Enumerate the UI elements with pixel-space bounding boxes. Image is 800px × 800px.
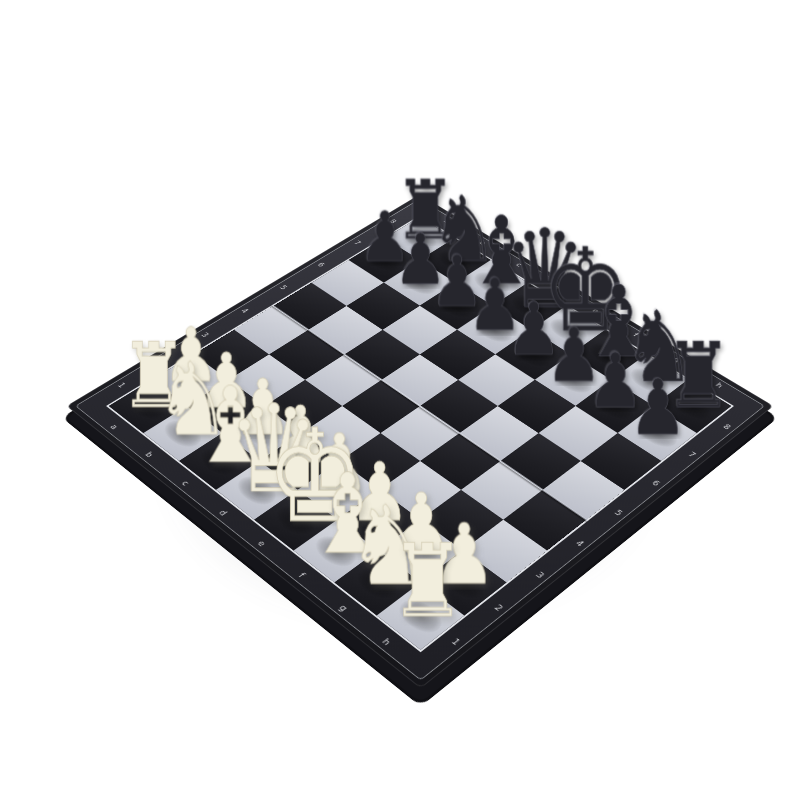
piece-shadow	[236, 416, 287, 452]
piece-shadow	[396, 268, 443, 298]
piece-shadow	[666, 389, 718, 424]
board-grid: ♜♞♝♛♚♝♞♜♟♟♟♟♟♟♟♟♟♟♟♟♟♟♟♟♜♞♝♛♚♝♞♜	[109, 217, 731, 650]
piece-shadow	[508, 339, 558, 372]
board-frame: abcdefgh abcdefgh 12345678 12345678 ♜♞♝♛…	[66, 194, 773, 688]
piece-shadow	[308, 531, 362, 572]
piece-shadow	[123, 389, 172, 424]
piece-shadow	[392, 594, 449, 638]
board-playing-area: ♜♞♝♛♚♝♞♜♟♟♟♟♟♟♟♟♟♟♟♟♟♟♟♟♜♞♝♛♚♝♞♜	[106, 215, 734, 652]
scene: abcdefgh abcdefgh 12345678 12345678 ♜♞♝♛…	[0, 0, 800, 800]
piece-shadow	[230, 471, 282, 509]
piece-shadow	[361, 246, 407, 275]
piece-shadow	[157, 416, 207, 452]
piece-shadow	[469, 314, 518, 346]
piece-shadow	[269, 500, 322, 539]
piece-shadow	[468, 268, 515, 298]
piece-shadow	[548, 363, 599, 397]
square-c4	[305, 354, 382, 406]
piece-shadow	[505, 291, 553, 322]
piece-shadow	[352, 500, 406, 539]
piece-shadow	[432, 291, 480, 322]
square-e4	[381, 406, 460, 461]
piece-shadow	[583, 339, 633, 372]
piece-shadow	[393, 531, 448, 572]
piece-white-pawn: ♟	[349, 452, 408, 533]
piece-shadow	[273, 443, 325, 480]
piece-shadow	[166, 363, 215, 397]
chessboard: abcdefgh abcdefgh 12345678 12345678 ♜♞♝♛…	[66, 194, 773, 688]
piece-shadow	[435, 562, 491, 604]
piece-shadow	[349, 562, 405, 604]
piece-shadow	[312, 471, 365, 509]
piece-shadow	[432, 246, 478, 275]
piece-shadow	[588, 389, 640, 424]
product-photo: abcdefgh abcdefgh 12345678 12345678 ♜♞♝♛…	[0, 0, 800, 800]
piece-shadow	[397, 225, 443, 253]
